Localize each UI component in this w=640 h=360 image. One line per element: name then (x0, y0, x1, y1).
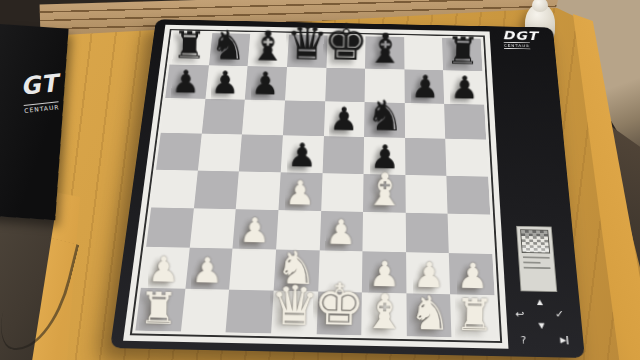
chess-board: ♜♞♝♛♚♝♜♟♟♟♟♟♟♞♟♟♟♝♟♟♟♟♞♟♟♟♜♛♚♝♞♜ DGT CEN… (110, 0, 594, 358)
anchor-b2: ♟ (185, 247, 233, 289)
anchor-f8: ♝ (365, 36, 404, 69)
up-button: ▲ (536, 299, 543, 306)
playing-surface: ♜♞♝♛♚♝♜♟♟♟♟♟♟♞♟♟♟♝♟♟♟♟♞♟♟♟♜♛♚♝♞♜ (123, 25, 508, 349)
piece-black-p-h7: ♟ (450, 72, 479, 104)
back-button: ↩ (515, 309, 525, 319)
piece-white-b-f4: ♝ (364, 166, 405, 211)
box-logo: GT (20, 69, 60, 101)
epaper-display (516, 226, 557, 292)
anchor-h8: ♜ (442, 38, 482, 71)
anchor-f6: ♞ (364, 102, 405, 138)
piece-white-r-h1: ♜ (455, 293, 495, 337)
anchor-h7: ♟ (443, 70, 484, 104)
confirm-button: ✓ (555, 309, 565, 319)
anchor-c7: ♟ (245, 66, 287, 100)
display-text-line (523, 262, 540, 264)
display-text-line (524, 267, 551, 269)
help-button: ? (521, 336, 527, 345)
display-text-line (523, 256, 550, 258)
piece-black-k-e8: ♚ (323, 17, 369, 68)
anchor-a1: ♜ (135, 288, 185, 332)
anchor-d1: ♛ (271, 290, 318, 334)
anchor-d8: ♛ (287, 35, 327, 68)
piece-white-p-e3: ♟ (326, 215, 357, 250)
anchor-f4: ♝ (363, 174, 405, 213)
box-model-label: CENTAUR (23, 101, 59, 114)
anchor-c8: ♝ (248, 34, 289, 67)
anchor-e1: ♚ (316, 291, 362, 335)
anchor-b8: ♞ (209, 33, 251, 66)
anchor-h1: ♜ (450, 294, 497, 338)
piece-black-p-g7: ♟ (410, 71, 439, 103)
board-inner-frame: ♜♞♝♛♚♝♜♟♟♟♟♟♟♞♟♟♟♝♟♟♟♟♞♟♟♟♜♛♚♝♞♜ (130, 29, 502, 343)
piece-white-p-d4: ♟ (285, 176, 316, 210)
piece-black-b-c8: ♝ (249, 24, 287, 66)
piece-black-p-e6: ♟ (329, 104, 358, 137)
piece-white-q-d1: ♛ (269, 278, 319, 333)
anchor-c3: ♟ (233, 209, 279, 249)
anchor-e6: ♟ (323, 101, 364, 137)
anchor-a8: ♜ (170, 32, 213, 65)
piece-white-p-b2: ♟ (192, 253, 224, 289)
piece-black-b-f8: ♝ (366, 27, 404, 69)
dgt-model-label: CENTAUR (504, 42, 530, 49)
anchor-g7: ♟ (404, 70, 444, 104)
anchor-e8: ♚ (326, 36, 366, 69)
anchor-b7: ♟ (205, 65, 248, 99)
piece-black-r-a8: ♜ (172, 26, 207, 64)
anchor-d4: ♟ (278, 172, 322, 211)
piece-black-p-b7: ♟ (211, 67, 240, 99)
anchor-a7: ♟ (165, 65, 208, 99)
piece-black-r-h8: ♜ (446, 32, 481, 70)
display-position-diagram (520, 229, 550, 253)
piece-black-n-f6: ♞ (366, 95, 404, 138)
piece-black-p-d5: ♟ (287, 139, 317, 172)
board-bezel: ♜♞♝♛♚♝♜♟♟♟♟♟♟♞♟♟♟♝♟♟♟♟♞♟♟♟♜♛♚♝♞♜ DGT CEN… (110, 19, 585, 358)
anchor-e3: ♟ (319, 211, 363, 251)
down-button: ▼ (538, 322, 545, 330)
dgt-logo: DGT (502, 29, 539, 43)
piece-white-p-c3: ♟ (239, 214, 270, 249)
piece-white-r-a1: ♜ (139, 286, 179, 330)
anchor-f1: ♝ (361, 292, 406, 336)
piece-white-k-e1: ♚ (313, 276, 366, 335)
button-cluster: ▲↩✓▼?▶‖ (513, 298, 570, 353)
piece-layer: ♜♞♝♛♚♝♜♟♟♟♟♟♟♞♟♟♟♝♟♟♟♟♞♟♟♟♜♛♚♝♞♜ (135, 32, 497, 338)
piece-white-n-g1: ♞ (408, 289, 451, 336)
piece-black-p-c7: ♟ (251, 68, 280, 100)
piece-black-p-a7: ♟ (171, 66, 200, 98)
play-pause-button: ▶‖ (560, 337, 569, 345)
piece-white-b-f1: ♝ (363, 287, 407, 335)
anchor-g1: ♞ (406, 293, 452, 337)
anchor-d5: ♟ (281, 136, 324, 173)
piece-black-q-d8: ♛ (285, 19, 328, 67)
piece-black-n-b8: ♞ (210, 24, 247, 65)
